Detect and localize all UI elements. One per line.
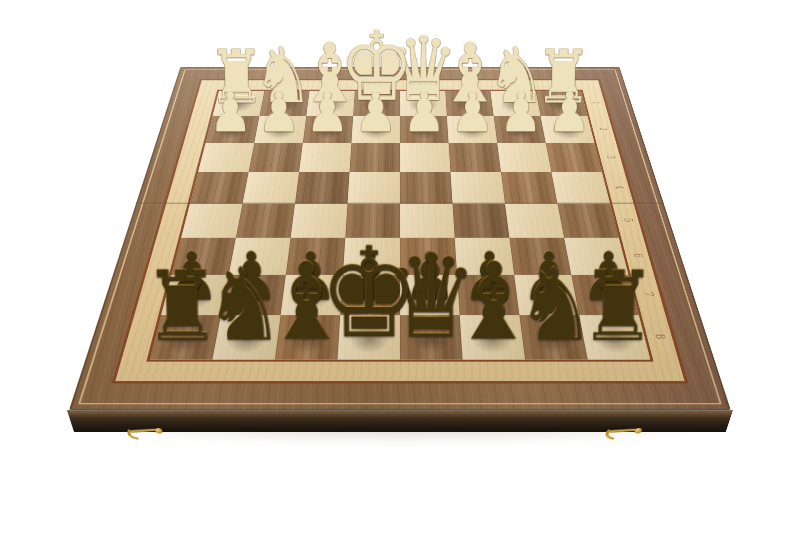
rank-label-4: 4 (611, 182, 627, 192)
rank-label-3: 3 (603, 153, 618, 162)
latch-eye (155, 428, 163, 433)
chess-board: 12345678 ♜♞♝♛♚♝♞♜♟♟♟♟♟♟♟♟♟♟♟♟♟♟♟♟♜♞♝♛♚♝♞… (69, 67, 731, 410)
brass-latch-left (124, 425, 163, 437)
piece-glyph: ♞ (478, 257, 635, 352)
scene: 12345678 ♜♞♝♛♚♝♞♜♟♟♟♟♟♟♟♟♟♟♟♟♟♟♟♟♜♞♝♛♚♝♞… (0, 0, 800, 533)
brass-latch-right (604, 425, 643, 437)
perspective-wrapper: 12345678 ♜♞♝♛♚♝♞♜♟♟♟♟♟♟♟♟♟♟♟♟♟♟♟♟♜♞♝♛♚♝♞… (0, 0, 800, 533)
piece-glyph: ♟ (169, 87, 291, 139)
rank-label-5: 5 (620, 215, 636, 226)
latch-bar (609, 429, 636, 433)
latch-bar (130, 429, 156, 433)
latch-eye (634, 428, 642, 433)
piece-glyph: ♞ (165, 257, 322, 352)
board-front-edge (67, 410, 733, 432)
